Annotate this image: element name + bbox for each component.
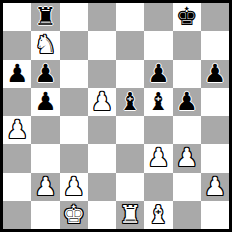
- square-c4[interactable]: [60, 116, 88, 144]
- piece-white-pawn[interactable]: ♟: [204, 173, 226, 201]
- square-f3[interactable]: ♟: [144, 144, 172, 172]
- square-g8[interactable]: ♚: [173, 3, 201, 31]
- piece-black-king[interactable]: ♚: [175, 3, 197, 31]
- square-d3[interactable]: [88, 144, 116, 172]
- square-b2[interactable]: ♟: [31, 173, 59, 201]
- piece-white-rook[interactable]: ♜: [119, 201, 141, 229]
- square-d6[interactable]: [88, 60, 116, 88]
- square-b3[interactable]: [31, 144, 59, 172]
- piece-black-pawn[interactable]: ♟: [204, 60, 226, 88]
- square-h2[interactable]: ♟: [201, 173, 229, 201]
- square-b1[interactable]: [31, 201, 59, 229]
- square-e4[interactable]: [116, 116, 144, 144]
- square-f4[interactable]: [144, 116, 172, 144]
- square-h3[interactable]: [201, 144, 229, 172]
- square-a8[interactable]: [3, 3, 31, 31]
- piece-black-pawn[interactable]: ♟: [34, 60, 56, 88]
- piece-black-pawn[interactable]: ♟: [175, 88, 197, 116]
- square-d4[interactable]: [88, 116, 116, 144]
- square-c8[interactable]: [60, 3, 88, 31]
- square-f5[interactable]: ♝: [144, 88, 172, 116]
- piece-black-pawn[interactable]: ♟: [6, 60, 28, 88]
- piece-white-pawn[interactable]: ♟: [6, 116, 28, 144]
- square-c1[interactable]: ♚: [60, 201, 88, 229]
- piece-black-pawn[interactable]: ♟: [34, 88, 56, 116]
- square-e6[interactable]: [116, 60, 144, 88]
- square-d7[interactable]: [88, 31, 116, 59]
- square-g1[interactable]: [173, 201, 201, 229]
- square-b5[interactable]: ♟: [31, 88, 59, 116]
- square-h7[interactable]: [201, 31, 229, 59]
- chess-diagram: ♜♚♞♟♟♟♟♟♟♝♝♟♟♟♟♟♟♟♚♜♝: [0, 0, 234, 234]
- square-h4[interactable]: [201, 116, 229, 144]
- square-d2[interactable]: [88, 173, 116, 201]
- square-g4[interactable]: [173, 116, 201, 144]
- piece-white-pawn[interactable]: ♟: [91, 88, 113, 116]
- piece-black-rook[interactable]: ♜: [34, 3, 56, 31]
- square-h8[interactable]: [201, 3, 229, 31]
- piece-white-bishop[interactable]: ♝: [147, 201, 169, 229]
- piece-black-pawn[interactable]: ♟: [147, 60, 169, 88]
- square-a4[interactable]: ♟: [3, 116, 31, 144]
- square-a7[interactable]: [3, 31, 31, 59]
- square-d1[interactable]: [88, 201, 116, 229]
- square-e7[interactable]: [116, 31, 144, 59]
- square-b4[interactable]: [31, 116, 59, 144]
- square-b6[interactable]: ♟: [31, 60, 59, 88]
- square-a2[interactable]: [3, 173, 31, 201]
- square-g6[interactable]: [173, 60, 201, 88]
- square-f1[interactable]: ♝: [144, 201, 172, 229]
- square-c7[interactable]: [60, 31, 88, 59]
- square-b8[interactable]: ♜: [31, 3, 59, 31]
- square-e2[interactable]: [116, 173, 144, 201]
- piece-white-pawn[interactable]: ♟: [34, 173, 56, 201]
- square-e5[interactable]: ♝: [116, 88, 144, 116]
- square-h1[interactable]: [201, 201, 229, 229]
- square-g2[interactable]: [173, 173, 201, 201]
- chess-board-grid: ♜♚♞♟♟♟♟♟♟♝♝♟♟♟♟♟♟♟♚♜♝: [0, 0, 232, 232]
- piece-black-bishop[interactable]: ♝: [147, 88, 169, 116]
- piece-white-pawn[interactable]: ♟: [62, 173, 84, 201]
- square-a1[interactable]: [3, 201, 31, 229]
- square-f8[interactable]: [144, 3, 172, 31]
- square-f7[interactable]: [144, 31, 172, 59]
- piece-white-pawn[interactable]: ♟: [175, 144, 197, 172]
- square-d5[interactable]: ♟: [88, 88, 116, 116]
- square-e1[interactable]: ♜: [116, 201, 144, 229]
- square-c3[interactable]: [60, 144, 88, 172]
- piece-white-pawn[interactable]: ♟: [147, 144, 169, 172]
- square-f2[interactable]: [144, 173, 172, 201]
- square-f6[interactable]: ♟: [144, 60, 172, 88]
- piece-white-king[interactable]: ♚: [62, 201, 84, 229]
- square-c6[interactable]: [60, 60, 88, 88]
- square-c2[interactable]: ♟: [60, 173, 88, 201]
- square-h5[interactable]: [201, 88, 229, 116]
- square-e3[interactable]: [116, 144, 144, 172]
- square-g3[interactable]: ♟: [173, 144, 201, 172]
- square-c5[interactable]: [60, 88, 88, 116]
- piece-black-bishop[interactable]: ♝: [119, 88, 141, 116]
- piece-white-knight[interactable]: ♞: [34, 31, 56, 59]
- square-a3[interactable]: [3, 144, 31, 172]
- square-a5[interactable]: [3, 88, 31, 116]
- square-a6[interactable]: ♟: [3, 60, 31, 88]
- square-b7[interactable]: ♞: [31, 31, 59, 59]
- square-d8[interactable]: [88, 3, 116, 31]
- square-h6[interactable]: ♟: [201, 60, 229, 88]
- square-g5[interactable]: ♟: [173, 88, 201, 116]
- square-g7[interactable]: [173, 31, 201, 59]
- square-e8[interactable]: [116, 3, 144, 31]
